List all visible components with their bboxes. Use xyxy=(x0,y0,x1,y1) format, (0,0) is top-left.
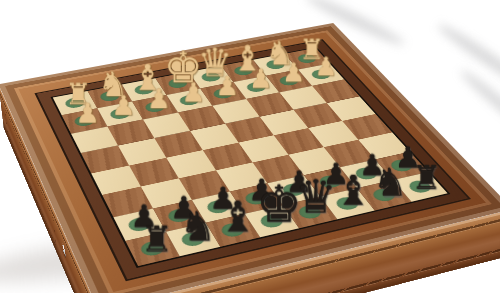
white-pawn-h2[interactable]: ♟ xyxy=(69,100,106,127)
black-rook-a8[interactable]: ♜ xyxy=(406,161,446,194)
black-king-e8[interactable]: ♚ xyxy=(256,178,298,229)
black-knight-b8[interactable]: ♞ xyxy=(370,164,411,203)
white-pawn-g2[interactable]: ♟ xyxy=(105,93,142,120)
backdrop-piece-shadow xyxy=(457,66,500,146)
white-pawn-f2[interactable]: ♟ xyxy=(141,86,178,113)
white-pawn-b2[interactable]: ♟ xyxy=(276,60,311,86)
white-pawn-d2[interactable]: ♟ xyxy=(209,73,245,100)
white-pawn-c2[interactable]: ♟ xyxy=(243,67,279,93)
product-photo-scene: ♜♞♝♚♛♝♞♜♟♟♟♟♟♟♟♟♟♟♟♟♟♟♟♟♜♞♝♚♛♝♞♜ xyxy=(0,0,500,293)
black-bishop-f8[interactable]: ♝ xyxy=(217,196,260,239)
black-knight-g8[interactable]: ♞ xyxy=(176,207,219,248)
white-pawn-e2[interactable]: ♟ xyxy=(175,80,211,107)
black-rook-h8[interactable]: ♜ xyxy=(135,222,178,257)
chessboard: ♜♞♝♚♛♝♞♜♟♟♟♟♟♟♟♟♟♟♟♟♟♟♟♟♜♞♝♚♛♝♞♜ xyxy=(51,47,451,268)
chess-case: ♜♞♝♚♛♝♞♜♟♟♟♟♟♟♟♟♟♟♟♟♟♟♟♟♜♞♝♚♛♝♞♜ xyxy=(0,23,500,293)
backdrop-piece-shadow xyxy=(435,20,500,98)
white-pawn-a2[interactable]: ♟ xyxy=(308,54,343,80)
black-bishop-c8[interactable]: ♝ xyxy=(333,170,374,211)
